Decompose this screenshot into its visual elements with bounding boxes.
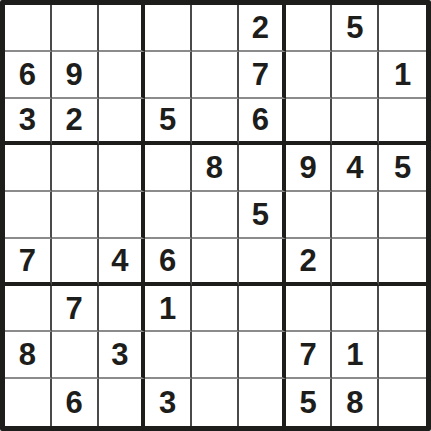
cell-r1c8-given[interactable]: 5 — [332, 5, 379, 52]
cell-r9c8-given[interactable]: 8 — [332, 379, 379, 426]
cell-r8c2-empty[interactable] — [52, 332, 99, 379]
cell-r8c5-empty[interactable] — [192, 332, 239, 379]
cell-r6c4-given[interactable]: 6 — [145, 239, 192, 286]
cell-r6c5-empty[interactable] — [192, 239, 239, 286]
cell-r5c3-empty[interactable] — [99, 192, 146, 239]
cell-r2c3-empty[interactable] — [99, 52, 146, 99]
cell-r3c2-given[interactable]: 2 — [52, 99, 99, 146]
cell-r6c8-empty[interactable] — [332, 239, 379, 286]
sudoku-puzzle: 25697132568945574627183716358 — [0, 0, 431, 431]
cell-r9c9-empty[interactable] — [379, 379, 426, 426]
cell-r2c7-empty[interactable] — [286, 52, 333, 99]
cell-r6c1-given[interactable]: 7 — [5, 239, 52, 286]
cell-r3c4-given[interactable]: 5 — [145, 99, 192, 146]
cell-r5c2-empty[interactable] — [52, 192, 99, 239]
cell-r3c1-given[interactable]: 3 — [5, 99, 52, 146]
cell-r8c9-empty[interactable] — [379, 332, 426, 379]
cell-r4c6-empty[interactable] — [239, 145, 286, 192]
cell-r7c4-given[interactable]: 1 — [145, 286, 192, 333]
cell-r4c8-given[interactable]: 4 — [332, 145, 379, 192]
cell-r2c2-given[interactable]: 9 — [52, 52, 99, 99]
cell-r5c7-empty[interactable] — [286, 192, 333, 239]
cell-r5c1-empty[interactable] — [5, 192, 52, 239]
cell-r5c8-empty[interactable] — [332, 192, 379, 239]
cell-r3c6-given[interactable]: 6 — [239, 99, 286, 146]
cell-r7c6-empty[interactable] — [239, 286, 286, 333]
cell-r6c7-given[interactable]: 2 — [286, 239, 333, 286]
cell-r9c6-empty[interactable] — [239, 379, 286, 426]
cell-r4c7-given[interactable]: 9 — [286, 145, 333, 192]
sudoku-board: 25697132568945574627183716358 — [0, 0, 431, 431]
cell-r1c5-empty[interactable] — [192, 5, 239, 52]
cell-r8c1-given[interactable]: 8 — [5, 332, 52, 379]
cell-r8c6-empty[interactable] — [239, 332, 286, 379]
cell-r9c1-empty[interactable] — [5, 379, 52, 426]
cell-r2c6-given[interactable]: 7 — [239, 52, 286, 99]
cell-r4c5-given[interactable]: 8 — [192, 145, 239, 192]
cell-r6c3-given[interactable]: 4 — [99, 239, 146, 286]
cell-r2c9-given[interactable]: 1 — [379, 52, 426, 99]
cell-r1c3-empty[interactable] — [99, 5, 146, 52]
cell-r2c5-empty[interactable] — [192, 52, 239, 99]
cell-r1c1-empty[interactable] — [5, 5, 52, 52]
cell-r1c2-empty[interactable] — [52, 5, 99, 52]
cell-r7c2-given[interactable]: 7 — [52, 286, 99, 333]
cell-r3c5-empty[interactable] — [192, 99, 239, 146]
cell-r4c9-given[interactable]: 5 — [379, 145, 426, 192]
cell-r8c7-given[interactable]: 7 — [286, 332, 333, 379]
cell-r2c1-given[interactable]: 6 — [5, 52, 52, 99]
cell-r7c1-empty[interactable] — [5, 286, 52, 333]
cell-r6c9-empty[interactable] — [379, 239, 426, 286]
cell-r6c2-empty[interactable] — [52, 239, 99, 286]
cell-r9c5-empty[interactable] — [192, 379, 239, 426]
cell-r5c9-empty[interactable] — [379, 192, 426, 239]
cell-r5c5-empty[interactable] — [192, 192, 239, 239]
cell-r7c7-empty[interactable] — [286, 286, 333, 333]
cell-r4c2-empty[interactable] — [52, 145, 99, 192]
cell-r1c6-given[interactable]: 2 — [239, 5, 286, 52]
cell-r4c4-empty[interactable] — [145, 145, 192, 192]
cell-r5c4-empty[interactable] — [145, 192, 192, 239]
cell-r4c3-empty[interactable] — [99, 145, 146, 192]
cell-r1c4-empty[interactable] — [145, 5, 192, 52]
cell-r9c2-given[interactable]: 6 — [52, 379, 99, 426]
cell-r6c6-empty[interactable] — [239, 239, 286, 286]
cell-r2c8-empty[interactable] — [332, 52, 379, 99]
cell-r8c4-empty[interactable] — [145, 332, 192, 379]
cell-r7c9-empty[interactable] — [379, 286, 426, 333]
cell-r9c7-given[interactable]: 5 — [286, 379, 333, 426]
cell-r9c4-given[interactable]: 3 — [145, 379, 192, 426]
cell-r2c4-empty[interactable] — [145, 52, 192, 99]
cell-r4c1-empty[interactable] — [5, 145, 52, 192]
cell-r3c3-empty[interactable] — [99, 99, 146, 146]
cell-r9c3-empty[interactable] — [99, 379, 146, 426]
cell-r5c6-given[interactable]: 5 — [239, 192, 286, 239]
cell-r7c5-empty[interactable] — [192, 286, 239, 333]
cell-r3c7-empty[interactable] — [286, 99, 333, 146]
cell-r8c8-given[interactable]: 1 — [332, 332, 379, 379]
cell-r3c9-empty[interactable] — [379, 99, 426, 146]
cell-r7c3-empty[interactable] — [99, 286, 146, 333]
cell-r1c7-empty[interactable] — [286, 5, 333, 52]
cell-r3c8-empty[interactable] — [332, 99, 379, 146]
cell-r8c3-given[interactable]: 3 — [99, 332, 146, 379]
cell-r7c8-empty[interactable] — [332, 286, 379, 333]
cell-r1c9-empty[interactable] — [379, 5, 426, 52]
